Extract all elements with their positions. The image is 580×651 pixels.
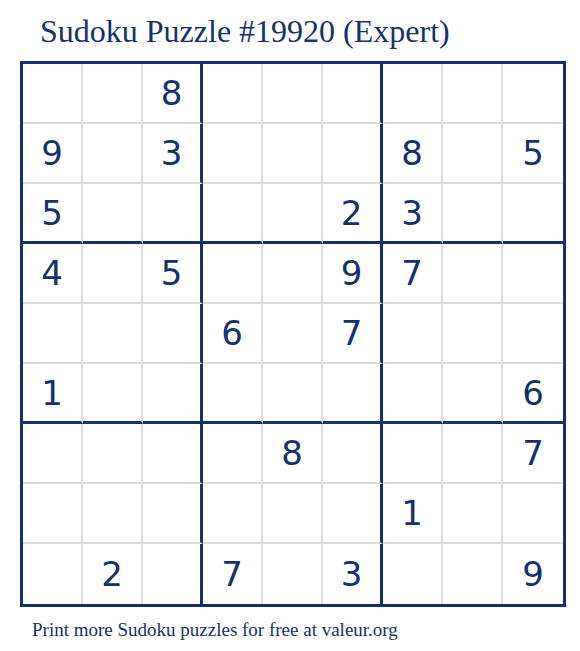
cell-r8c7: 1 (383, 484, 443, 544)
cell-r6c6 (323, 364, 383, 424)
cell-r3c6: 2 (323, 184, 383, 244)
cell-r1c2 (83, 64, 143, 124)
cell-r8c2 (83, 484, 143, 544)
cell-r8c4 (203, 484, 263, 544)
cell-r2c6 (323, 124, 383, 184)
cell-r3c2 (83, 184, 143, 244)
cell-r9c4: 7 (203, 544, 263, 604)
cell-r9c7 (383, 544, 443, 604)
cell-r7c5: 8 (263, 424, 323, 484)
cell-r3c7: 3 (383, 184, 443, 244)
cell-r7c3 (143, 424, 203, 484)
cell-r6c8 (443, 364, 503, 424)
cell-r1c6 (323, 64, 383, 124)
cell-r6c2 (83, 364, 143, 424)
cell-r3c3 (143, 184, 203, 244)
cell-r5c8 (443, 304, 503, 364)
cell-r1c1 (23, 64, 83, 124)
cell-r5c7 (383, 304, 443, 364)
cell-r2c2 (83, 124, 143, 184)
cell-r6c4 (203, 364, 263, 424)
cell-r3c4 (203, 184, 263, 244)
cell-r2c8 (443, 124, 503, 184)
cell-r7c2 (83, 424, 143, 484)
cell-r2c9: 5 (503, 124, 563, 184)
cell-r6c9: 6 (503, 364, 563, 424)
cell-r5c3 (143, 304, 203, 364)
cell-r8c9 (503, 484, 563, 544)
cell-r1c8 (443, 64, 503, 124)
cell-r8c5 (263, 484, 323, 544)
puzzle-title: Sudoku Puzzle #19920 (Expert) (40, 13, 450, 50)
cell-r7c9: 7 (503, 424, 563, 484)
footer-credit: Print more Sudoku puzzles for free at va… (32, 619, 398, 641)
cell-r1c7 (383, 64, 443, 124)
cell-r4c4 (203, 244, 263, 304)
cell-r4c6: 9 (323, 244, 383, 304)
cell-r9c6: 3 (323, 544, 383, 604)
cell-r1c9 (503, 64, 563, 124)
cell-r7c1 (23, 424, 83, 484)
cell-r9c9: 9 (503, 544, 563, 604)
cell-r2c7: 8 (383, 124, 443, 184)
cell-r5c2 (83, 304, 143, 364)
cell-r1c5 (263, 64, 323, 124)
cell-r4c7: 7 (383, 244, 443, 304)
cell-r9c8 (443, 544, 503, 604)
cell-r8c3 (143, 484, 203, 544)
sudoku-board: 89385523459767168712739 (20, 61, 566, 607)
cell-r2c1: 9 (23, 124, 83, 184)
cell-r5c5 (263, 304, 323, 364)
cell-r3c5 (263, 184, 323, 244)
cell-r4c1: 4 (23, 244, 83, 304)
cell-r5c9 (503, 304, 563, 364)
cell-r5c1 (23, 304, 83, 364)
cell-r2c4 (203, 124, 263, 184)
cell-r8c8 (443, 484, 503, 544)
cell-r2c3: 3 (143, 124, 203, 184)
cell-r5c6: 7 (323, 304, 383, 364)
cell-r7c7 (383, 424, 443, 484)
cell-r1c4 (203, 64, 263, 124)
cell-r3c1: 5 (23, 184, 83, 244)
cell-r4c2 (83, 244, 143, 304)
cell-r7c8 (443, 424, 503, 484)
cell-r9c3 (143, 544, 203, 604)
cell-r4c3: 5 (143, 244, 203, 304)
cell-r6c1: 1 (23, 364, 83, 424)
cell-r9c5 (263, 544, 323, 604)
cell-r9c2: 2 (83, 544, 143, 604)
cell-r6c3 (143, 364, 203, 424)
cell-r3c9 (503, 184, 563, 244)
cell-r9c1 (23, 544, 83, 604)
cell-r4c5 (263, 244, 323, 304)
cell-r1c3: 8 (143, 64, 203, 124)
cell-r4c8 (443, 244, 503, 304)
cell-r4c9 (503, 244, 563, 304)
cell-r5c4: 6 (203, 304, 263, 364)
cell-r2c5 (263, 124, 323, 184)
cell-r6c5 (263, 364, 323, 424)
cell-r8c1 (23, 484, 83, 544)
cell-r6c7 (383, 364, 443, 424)
cell-r8c6 (323, 484, 383, 544)
cell-r7c4 (203, 424, 263, 484)
cell-r7c6 (323, 424, 383, 484)
cell-r3c8 (443, 184, 503, 244)
